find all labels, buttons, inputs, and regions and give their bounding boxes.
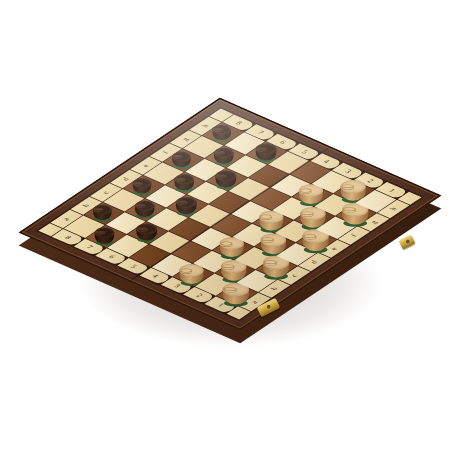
- light-draughts-glyph: ⛀: [299, 187, 312, 195]
- light-draughts-glyph: ⛀: [223, 285, 237, 293]
- board-photo-scene: abcdefgh8⛂⛂⛂⛂87⛂⛂⛂⛂76⛂⛂⛂⛂655443⛀⛀⛀⛀32⛀⛀⛀…: [0, 0, 450, 450]
- piece-top: ⛂: [95, 227, 115, 237]
- dark-draughts-glyph: ⛂: [174, 176, 185, 182]
- piece-top: ⛂: [174, 174, 194, 184]
- light-draughts-glyph: ⛀: [340, 183, 354, 191]
- dark-draughts-glyph: ⛂: [95, 229, 106, 235]
- light-draughts-glyph: ⛀: [180, 266, 193, 274]
- dark-checker-h8[interactable]: ⛂: [213, 125, 231, 141]
- dark-checker-g7[interactable]: ⛂: [214, 148, 234, 165]
- dark-checker-d6[interactable]: ⛂: [176, 197, 197, 215]
- light-draughts-glyph: ⛀: [262, 258, 276, 266]
- dark-draughts-glyph: ⛂: [173, 154, 183, 160]
- piece-top: ⛂: [135, 201, 155, 211]
- dark-draughts-glyph: ⛂: [176, 199, 187, 206]
- dark-draughts-glyph: ⛂: [213, 127, 223, 133]
- dark-checker-a7[interactable]: ⛂: [95, 227, 115, 244]
- piece-top: ⛂: [136, 223, 157, 234]
- light-draughts-glyph: ⛀: [260, 213, 273, 221]
- dark-draughts-glyph: ⛂: [215, 172, 226, 179]
- light-draughts-glyph: ⛀: [342, 205, 356, 213]
- dark-draughts-glyph: ⛂: [214, 150, 225, 156]
- piece-top: ⛀: [340, 180, 365, 193]
- light-draughts-glyph: ⛀: [302, 232, 316, 240]
- piece-top: ⛂: [255, 143, 276, 154]
- piece-top: ⛂: [215, 170, 236, 181]
- dark-checker-h6[interactable]: ⛂: [255, 143, 276, 161]
- dark-checker-f6[interactable]: ⛂: [215, 170, 236, 188]
- dark-draughts-glyph: ⛂: [133, 180, 143, 186]
- dark-draughts-glyph: ⛂: [255, 146, 266, 153]
- dark-draughts-glyph: ⛂: [136, 225, 147, 232]
- dark-checker-b6[interactable]: ⛂: [136, 223, 157, 241]
- piece-top: ⛂: [176, 197, 197, 208]
- dark-checker-f8[interactable]: ⛂: [173, 152, 191, 168]
- dark-checker-b8[interactable]: ⛂: [93, 205, 111, 221]
- piece-top: ⛂: [214, 148, 234, 158]
- dark-checker-e7[interactable]: ⛂: [174, 174, 194, 191]
- dark-draughts-glyph: ⛂: [135, 203, 146, 209]
- light-draughts-glyph: ⛀: [301, 209, 315, 217]
- dark-draughts-glyph: ⛂: [93, 207, 103, 213]
- light-draughts-glyph: ⛀: [261, 236, 275, 244]
- light-draughts-glyph: ⛀: [220, 240, 233, 248]
- dark-checker-d8[interactable]: ⛂: [133, 178, 151, 194]
- light-draughts-glyph: ⛀: [221, 262, 235, 270]
- dark-checker-c7[interactable]: ⛂: [135, 201, 155, 218]
